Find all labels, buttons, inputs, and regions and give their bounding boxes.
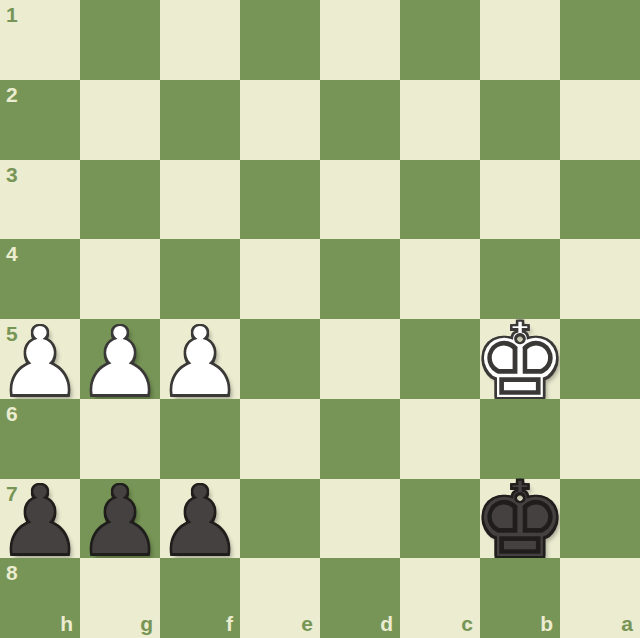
square-e3[interactable] [240,160,320,240]
file-label-a: a [621,613,633,634]
square-b8[interactable]: b [480,558,560,638]
square-g8[interactable]: g [80,558,160,638]
square-a3[interactable] [560,160,640,240]
square-c3[interactable] [400,160,480,240]
piece-white-pawn-g5[interactable]: ♟ [80,322,160,402]
piece-white-king-b5[interactable]: ♚ [480,322,560,402]
square-c4[interactable] [400,239,480,319]
square-d6[interactable] [320,399,400,479]
square-d2[interactable] [320,80,400,160]
square-g5[interactable]: ♟ [80,319,160,399]
square-a7[interactable] [560,479,640,559]
square-g2[interactable] [80,80,160,160]
square-f8[interactable]: f [160,558,240,638]
square-e6[interactable] [240,399,320,479]
square-c7[interactable] [400,479,480,559]
piece-black-pawn-h7[interactable]: ♟ [0,482,80,562]
file-label-c: c [461,613,473,634]
square-g1[interactable] [80,0,160,80]
rank-label-6: 6 [6,403,18,424]
square-d5[interactable] [320,319,400,399]
square-d4[interactable] [320,239,400,319]
file-label-e: e [301,613,313,634]
square-d1[interactable] [320,0,400,80]
rank-label-3: 3 [6,164,18,185]
square-b2[interactable] [480,80,560,160]
file-label-b: b [540,613,553,634]
file-label-g: g [140,613,153,634]
square-g7[interactable]: ♟ [80,479,160,559]
piece-black-pawn-g7[interactable]: ♟ [80,482,160,562]
square-c2[interactable] [400,80,480,160]
square-d3[interactable] [320,160,400,240]
square-h5[interactable]: 5♟ [0,319,80,399]
square-h2[interactable]: 2 [0,80,80,160]
square-a6[interactable] [560,399,640,479]
square-h7[interactable]: 7♟ [0,479,80,559]
rank-label-2: 2 [6,84,18,105]
piece-black-pawn-f7[interactable]: ♟ [160,482,240,562]
piece-white-pawn-h5[interactable]: ♟ [0,322,80,402]
square-e4[interactable] [240,239,320,319]
square-f1[interactable] [160,0,240,80]
square-d7[interactable] [320,479,400,559]
square-f3[interactable] [160,160,240,240]
square-f2[interactable] [160,80,240,160]
square-f5[interactable]: ♟ [160,319,240,399]
rank-label-8: 8 [6,562,18,583]
square-b7[interactable]: ♚ [480,479,560,559]
square-e8[interactable]: e [240,558,320,638]
rank-label-1: 1 [6,4,18,25]
square-g3[interactable] [80,160,160,240]
square-h3[interactable]: 3 [0,160,80,240]
square-c5[interactable] [400,319,480,399]
square-h1[interactable]: 1 [0,0,80,80]
square-c6[interactable] [400,399,480,479]
square-a2[interactable] [560,80,640,160]
square-b5[interactable]: ♚ [480,319,560,399]
square-e1[interactable] [240,0,320,80]
piece-black-king-b7[interactable]: ♚ [480,482,560,562]
square-a1[interactable] [560,0,640,80]
square-b1[interactable] [480,0,560,80]
square-e5[interactable] [240,319,320,399]
square-h8[interactable]: 8h [0,558,80,638]
square-a4[interactable] [560,239,640,319]
file-label-f: f [226,613,233,634]
rank-label-4: 4 [6,243,18,264]
square-e7[interactable] [240,479,320,559]
square-c1[interactable] [400,0,480,80]
file-label-h: h [60,613,73,634]
chess-board: 12345♟♟♟♚67♟♟♟♚8hgfedcba [0,0,640,638]
piece-white-pawn-f5[interactable]: ♟ [160,322,240,402]
square-d8[interactable]: d [320,558,400,638]
square-c8[interactable]: c [400,558,480,638]
square-f7[interactable]: ♟ [160,479,240,559]
square-b3[interactable] [480,160,560,240]
file-label-d: d [380,613,393,634]
square-a5[interactable] [560,319,640,399]
square-a8[interactable]: a [560,558,640,638]
square-e2[interactable] [240,80,320,160]
